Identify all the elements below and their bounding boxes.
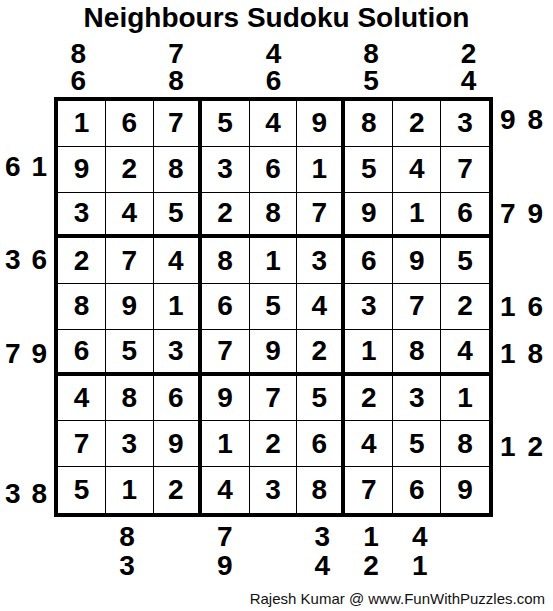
cell-r6c6: 2 <box>297 330 345 376</box>
clue-digit: 5 <box>347 67 395 94</box>
cell-r6c4: 7 <box>202 330 250 376</box>
cell-r1c4: 5 <box>202 101 250 147</box>
clue-digit: 3 <box>5 480 21 508</box>
cell-r7c4: 9 <box>202 376 250 422</box>
clue-digit: 2 <box>347 551 395 580</box>
clue-digit: 6 <box>31 246 47 274</box>
clue-digit: 1 <box>500 433 516 461</box>
cell-r8c6: 6 <box>297 421 345 467</box>
clue-digit: 2 <box>445 40 493 67</box>
clue-digit: 9 <box>527 200 543 228</box>
clue-digit: 9 <box>500 106 516 134</box>
cell-r2c9: 7 <box>441 147 489 193</box>
clue-digit: 8 <box>31 480 47 508</box>
cell-r5c7: 3 <box>345 284 393 330</box>
cell-r7c7: 2 <box>345 376 393 422</box>
cell-r9c5: 3 <box>250 467 298 513</box>
cell-r9c2: 1 <box>106 467 154 513</box>
clue-digit: 1 <box>396 551 444 580</box>
clue-digit: 8 <box>527 340 543 368</box>
bottom-clue-col2: 83 <box>103 522 151 580</box>
left-clue-row9: 38 <box>5 480 47 508</box>
cell-r4c7: 6 <box>345 238 393 284</box>
cell-r4c6: 3 <box>297 238 345 284</box>
clue-digit: 9 <box>201 551 249 580</box>
cell-r2c4: 3 <box>202 147 250 193</box>
left-clue-row6: 79 <box>5 340 47 368</box>
clue-digit: 4 <box>445 67 493 94</box>
cell-r6c3: 3 <box>154 330 202 376</box>
clue-digit: 4 <box>250 40 298 67</box>
cell-r9c3: 2 <box>154 467 202 513</box>
cell-r1c8: 2 <box>393 101 441 147</box>
cell-r9c7: 7 <box>345 467 393 513</box>
bottom-clue-col6: 34 <box>298 522 346 580</box>
clue-digit: 6 <box>54 67 102 94</box>
top-clue-col3: 78 <box>152 40 200 94</box>
cell-r5c3: 1 <box>154 284 202 330</box>
cell-r1c5: 4 <box>250 101 298 147</box>
cell-r1c6: 9 <box>297 101 345 147</box>
cell-r8c8: 5 <box>393 421 441 467</box>
page-title: Neighbours Sudoku Solution <box>0 3 553 33</box>
clue-digit: 2 <box>527 433 543 461</box>
right-clue-row3: 79 <box>500 200 543 228</box>
clue-digit: 6 <box>250 67 298 94</box>
cell-r9c8: 6 <box>393 467 441 513</box>
clue-digit: 7 <box>500 200 516 228</box>
cell-r3c4: 2 <box>202 193 250 239</box>
cell-r9c4: 4 <box>202 467 250 513</box>
clue-digit: 8 <box>347 40 395 67</box>
cell-r2c1: 9 <box>58 147 106 193</box>
bottom-clue-col8: 41 <box>396 522 444 580</box>
cell-r7c6: 5 <box>297 376 345 422</box>
cell-r8c5: 2 <box>250 421 298 467</box>
top-clue-col5: 46 <box>250 40 298 94</box>
cell-r3c2: 4 <box>106 193 154 239</box>
cell-r2c8: 4 <box>393 147 441 193</box>
clue-digit: 8 <box>54 40 102 67</box>
cell-r7c8: 3 <box>393 376 441 422</box>
cell-r5c9: 2 <box>441 284 489 330</box>
clue-digit: 3 <box>103 551 151 580</box>
right-clue-row8: 12 <box>500 433 543 461</box>
cell-r3c5: 8 <box>250 193 298 239</box>
left-clue-row2: 61 <box>5 153 47 181</box>
cell-r6c5: 9 <box>250 330 298 376</box>
cell-r8c1: 7 <box>58 421 106 467</box>
cell-r4c5: 1 <box>250 238 298 284</box>
cell-r1c1: 1 <box>58 101 106 147</box>
cell-r1c3: 7 <box>154 101 202 147</box>
cell-r4c9: 5 <box>441 238 489 284</box>
cell-r3c9: 6 <box>441 193 489 239</box>
cell-r4c1: 2 <box>58 238 106 284</box>
clue-digit: 7 <box>152 40 200 67</box>
clue-digit: 8 <box>103 522 151 551</box>
clue-digit: 8 <box>152 67 200 94</box>
cell-r3c6: 7 <box>297 193 345 239</box>
cell-r2c7: 5 <box>345 147 393 193</box>
top-clue-col7: 85 <box>347 40 395 94</box>
clue-digit: 7 <box>5 340 21 368</box>
clue-digit: 3 <box>298 522 346 551</box>
cell-r5c1: 8 <box>58 284 106 330</box>
clue-digit: 9 <box>31 340 47 368</box>
cell-r1c7: 8 <box>345 101 393 147</box>
cell-r3c3: 5 <box>154 193 202 239</box>
cell-r8c4: 1 <box>202 421 250 467</box>
bottom-clue-col4: 79 <box>201 522 249 580</box>
cell-r8c7: 4 <box>345 421 393 467</box>
right-clue-row5: 16 <box>500 293 543 321</box>
cell-r2c5: 6 <box>250 147 298 193</box>
clue-digit: 1 <box>500 293 516 321</box>
cell-r5c6: 4 <box>297 284 345 330</box>
cell-r4c2: 7 <box>106 238 154 284</box>
clue-digit: 6 <box>5 153 21 181</box>
cell-r5c4: 6 <box>202 284 250 330</box>
clue-digit: 1 <box>500 340 516 368</box>
cell-r8c3: 9 <box>154 421 202 467</box>
cell-r9c6: 8 <box>297 467 345 513</box>
puzzle-page: Neighbours Sudoku Solution 1675498239283… <box>0 0 553 611</box>
cell-r3c1: 3 <box>58 193 106 239</box>
clue-digit: 6 <box>527 293 543 321</box>
cell-r6c1: 6 <box>58 330 106 376</box>
top-clue-col9: 24 <box>445 40 493 94</box>
cell-r2c2: 2 <box>106 147 154 193</box>
cell-r1c2: 6 <box>106 101 154 147</box>
cell-r6c2: 5 <box>106 330 154 376</box>
sudoku-board: 1675498239283615473452879162748136958916… <box>54 97 493 517</box>
cell-r5c8: 7 <box>393 284 441 330</box>
cell-r9c9: 9 <box>441 467 489 513</box>
clue-digit: 3 <box>5 246 21 274</box>
clue-digit: 8 <box>527 106 543 134</box>
left-clue-row4: 36 <box>5 246 47 274</box>
cell-r4c3: 4 <box>154 238 202 284</box>
top-clue-col1: 86 <box>54 40 102 94</box>
cell-r5c2: 9 <box>106 284 154 330</box>
cell-r7c5: 7 <box>250 376 298 422</box>
clue-digit: 1 <box>31 153 47 181</box>
cell-r4c4: 8 <box>202 238 250 284</box>
cell-r7c9: 1 <box>441 376 489 422</box>
cell-r6c8: 8 <box>393 330 441 376</box>
clue-digit: 1 <box>347 522 395 551</box>
cell-r2c6: 1 <box>297 147 345 193</box>
right-clue-row1: 98 <box>500 106 543 134</box>
cell-r7c3: 6 <box>154 376 202 422</box>
cell-r9c1: 5 <box>58 467 106 513</box>
cell-r4c8: 9 <box>393 238 441 284</box>
cell-r8c9: 8 <box>441 421 489 467</box>
cell-r7c2: 8 <box>106 376 154 422</box>
cell-r3c8: 1 <box>393 193 441 239</box>
cell-r6c9: 4 <box>441 330 489 376</box>
cell-r1c9: 3 <box>441 101 489 147</box>
cell-r5c5: 5 <box>250 284 298 330</box>
cell-r2c3: 8 <box>154 147 202 193</box>
clue-digit: 4 <box>298 551 346 580</box>
cell-r7c1: 4 <box>58 376 106 422</box>
right-clue-row6: 18 <box>500 340 543 368</box>
bottom-clue-col7: 12 <box>347 522 395 580</box>
cell-r3c7: 9 <box>345 193 393 239</box>
cell-r6c7: 1 <box>345 330 393 376</box>
clue-digit: 4 <box>396 522 444 551</box>
cell-r8c2: 3 <box>106 421 154 467</box>
clue-digit: 7 <box>201 522 249 551</box>
credit-text: Rajesh Kumar @ www.FunWithPuzzles.com <box>250 590 545 608</box>
